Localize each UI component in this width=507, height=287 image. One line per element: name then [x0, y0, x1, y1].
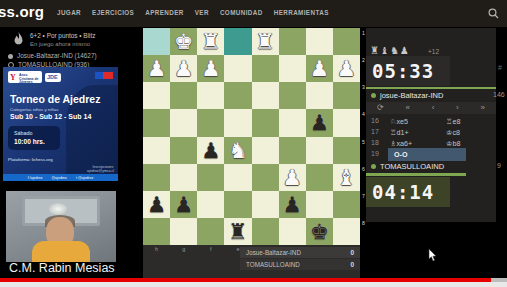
- game-side-panel: ♜♝♞♟ +12 05:33 josue-Baltazar-IND ⟳«‹›» …: [366, 28, 496, 222]
- square-g1[interactable]: ♚: [170, 28, 197, 55]
- white-move[interactable]: ♖d1+: [390, 128, 409, 137]
- square-a1[interactable]: [333, 28, 360, 55]
- mouse-cursor: [428, 249, 437, 262]
- poster-platform: Plataforma: lichess.org: [8, 157, 53, 162]
- square-f1[interactable]: ♜: [197, 28, 224, 55]
- square-h5[interactable]: [143, 137, 170, 164]
- black-pawn: ♟: [197, 137, 224, 164]
- white-pawn: ♟: [197, 55, 224, 82]
- square-f6[interactable]: [197, 164, 224, 191]
- move-row-17: 17♖d1+♔c8: [366, 126, 496, 137]
- square-d7[interactable]: [252, 191, 279, 218]
- black-move[interactable]: ♔b8: [446, 139, 460, 148]
- square-c5[interactable]: [279, 137, 306, 164]
- game-status-label: En juego ahora mismo: [30, 41, 90, 47]
- score-player-name: TOMASULLOAIND: [246, 261, 300, 268]
- square-b5[interactable]: [306, 137, 333, 164]
- go-end-icon[interactable]: »: [481, 104, 485, 112]
- move-number: 17: [371, 128, 379, 135]
- square-h4[interactable]: [143, 109, 170, 136]
- square-h3[interactable]: [143, 82, 170, 109]
- site-logo[interactable]: ss.org: [0, 3, 44, 20]
- square-c3[interactable]: [279, 82, 306, 109]
- hash-symbol: #: [498, 64, 502, 71]
- square-h8[interactable]: [143, 218, 170, 245]
- back-icon[interactable]: ‹: [432, 104, 435, 112]
- square-b2[interactable]: ♟: [306, 55, 333, 82]
- square-e4[interactable]: [224, 109, 251, 136]
- square-g2[interactable]: ♟: [170, 55, 197, 82]
- white-rook: ♜: [197, 28, 224, 55]
- white-bishop: ♝: [333, 164, 360, 191]
- jde-logo: JDE: [45, 73, 61, 82]
- move-row-16: 16♘xe5♖e8: [366, 115, 496, 126]
- online-dot: [371, 93, 376, 98]
- white-pawn: ♟: [143, 55, 170, 82]
- nav-menu: JUGAREJERCICIOSAPRENDERVERCOMUNIDADHERRA…: [57, 9, 329, 16]
- square-h6[interactable]: [143, 164, 170, 191]
- white-pawn: ♟: [170, 55, 197, 82]
- square-h1[interactable]: [143, 28, 170, 55]
- square-a8[interactable]: [333, 218, 360, 245]
- square-f2[interactable]: ♟: [197, 55, 224, 82]
- poster-categories: Sub 10 - Sub 12 - Sub 14: [10, 113, 91, 120]
- move-number: 19: [371, 150, 379, 157]
- player-list-item-white[interactable]: Josue-Baltazar-IND (14627): [8, 52, 97, 59]
- search-icon[interactable]: [488, 8, 499, 19]
- square-b1[interactable]: [306, 28, 333, 55]
- file-label-g: g: [170, 245, 197, 253]
- move-row-18: 18♗xa6+♔b8: [366, 137, 496, 148]
- white-king: ♚: [170, 28, 197, 55]
- social-handle: t @ajedrez: [76, 176, 93, 180]
- nav-item-herramientas[interactable]: HERRAMIENTAS: [274, 9, 329, 16]
- poster-schedule-pill: Sábado 10:00 hrs.: [8, 126, 60, 150]
- square-d4[interactable]: [252, 109, 279, 136]
- square-e5[interactable]: ♞: [224, 137, 251, 164]
- black-rook: ♜: [224, 218, 251, 245]
- square-b4[interactable]: ♟: [306, 109, 333, 136]
- white-rook: ♜: [252, 28, 279, 55]
- blitz-flame-icon: [12, 32, 25, 49]
- square-d3[interactable]: [252, 82, 279, 109]
- black-move[interactable]: ♔c8: [446, 128, 460, 137]
- move-controls: ⟳«‹›»: [366, 102, 496, 114]
- square-e3[interactable]: [224, 82, 251, 109]
- square-g7[interactable]: ♟: [170, 191, 197, 218]
- social-handle: f /ajedrez: [28, 176, 43, 180]
- square-h7[interactable]: ♟: [143, 191, 170, 218]
- black-pawn: ♟: [306, 109, 333, 136]
- square-b3[interactable]: [306, 82, 333, 109]
- square-b8[interactable]: ♚: [306, 218, 333, 245]
- black-pawn: ♟: [279, 191, 306, 218]
- poster-subtitle: Categorías niños y niñas: [10, 107, 58, 112]
- move-number: 18: [371, 139, 379, 146]
- white-pawn: ♟: [279, 164, 306, 191]
- square-f3[interactable]: [197, 82, 224, 109]
- square-a7[interactable]: [333, 191, 360, 218]
- social-handle: @ajedrez: [51, 176, 66, 180]
- time-control-label: 6+2 • Por puntos • Blitz: [30, 32, 95, 39]
- streamer-caption: C.M. Rabin Mesias: [9, 261, 115, 275]
- file-label-h: h: [143, 245, 170, 253]
- black-rating-clipped: 9: [497, 162, 501, 169]
- white-pawn: ♟: [306, 55, 333, 82]
- square-e7[interactable]: [224, 191, 251, 218]
- nav-item-ver[interactable]: VER: [195, 9, 209, 16]
- nav-item-jugar[interactable]: JUGAR: [57, 9, 81, 16]
- poster-inscriptions: Inscripciones: ajedrez@ymca.cl: [87, 165, 114, 174]
- score-value: 0: [350, 261, 354, 268]
- white-player-bullet: [8, 54, 13, 59]
- square-f8[interactable]: [197, 218, 224, 245]
- square-d6[interactable]: [252, 164, 279, 191]
- square-a6[interactable]: ♝: [333, 164, 360, 191]
- score-value: 0: [350, 249, 354, 256]
- black-pawn: ♟: [143, 191, 170, 218]
- square-c4[interactable]: [279, 109, 306, 136]
- white-knight: ♞: [224, 137, 251, 164]
- square-e8[interactable]: ♜: [224, 218, 251, 245]
- square-f7[interactable]: [197, 191, 224, 218]
- match-score-rows: Josue-Baltazar-IND0TOMASULLOAIND0: [240, 247, 360, 271]
- white-pawn: ♟: [333, 55, 360, 82]
- square-a3[interactable]: [333, 82, 360, 109]
- black-move[interactable]: ♖e8: [446, 117, 460, 126]
- move-row-19: 19O-O: [366, 148, 496, 159]
- score-row: Josue-Baltazar-IND0: [240, 247, 360, 258]
- material-advantage: +12: [428, 48, 439, 55]
- captured-pieces: ♜♝♞♟: [370, 45, 410, 56]
- square-c6[interactable]: ♟: [279, 164, 306, 191]
- square-g8[interactable]: [170, 218, 197, 245]
- square-g6[interactable]: [170, 164, 197, 191]
- black-pawn: ♟: [170, 191, 197, 218]
- square-e6[interactable]: [224, 164, 251, 191]
- black-player-row[interactable]: TOMASULLOAIND: [366, 160, 496, 173]
- square-c8[interactable]: [279, 218, 306, 245]
- black-time-bar: [366, 173, 466, 176]
- file-label-f: f: [197, 245, 224, 253]
- nav-item-comunidad[interactable]: COMUNIDAD: [220, 9, 263, 16]
- forward-icon[interactable]: ›: [456, 104, 459, 112]
- webcam-video: [6, 191, 116, 262]
- square-d1[interactable]: ♜: [252, 28, 279, 55]
- black-king: ♚: [306, 218, 333, 245]
- white-move[interactable]: ♘xe5: [390, 117, 408, 126]
- nav-item-aprender[interactable]: APRENDER: [145, 9, 184, 16]
- page-bottom-strip: [0, 282, 507, 287]
- poster-title: Torneo de Ajedrez: [10, 93, 100, 105]
- chile-flag-icon: [95, 72, 113, 79]
- go-start-icon[interactable]: «: [405, 104, 409, 112]
- square-e1[interactable]: [224, 28, 251, 55]
- square-h2[interactable]: ♟: [143, 55, 170, 82]
- square-f4[interactable]: [197, 109, 224, 136]
- white-clock: 05:33: [366, 56, 450, 86]
- square-a5[interactable]: [333, 137, 360, 164]
- online-dot: [371, 164, 376, 169]
- move-number: 16: [371, 117, 379, 124]
- white-move[interactable]: ♗xa6+: [390, 139, 412, 148]
- square-b7[interactable]: [306, 191, 333, 218]
- ymca-logo: Y Asoc. Cristiana de Jóvenes: [8, 71, 42, 83]
- square-a2[interactable]: ♟: [333, 55, 360, 82]
- score-player-name: Josue-Baltazar-IND: [246, 249, 301, 256]
- square-a4[interactable]: [333, 109, 360, 136]
- move-list: 16♘xe5♖e817♖d1+♔c818♗xa6+♔b819O-O: [366, 115, 496, 159]
- chess-board: ♚♜♜♟♟♟♟♟♟♟♞♟♝♟♟♟♜♚: [143, 28, 360, 245]
- flip-board-icon[interactable]: ⟳: [377, 104, 384, 112]
- square-e2[interactable]: [224, 55, 251, 82]
- square-f5[interactable]: ♟: [197, 137, 224, 164]
- square-d5[interactable]: [252, 137, 279, 164]
- score-row: TOMASULLOAIND0: [240, 259, 360, 270]
- square-g4[interactable]: [170, 109, 197, 136]
- black-clock-active: 04:14: [366, 177, 450, 207]
- top-nav-bar: ss.org JUGAREJERCICIOSAPRENDERVERCOMUNID…: [0, 0, 507, 27]
- square-c1[interactable]: [279, 28, 306, 55]
- white-player-row[interactable]: josue-Baltazar-IND: [366, 89, 496, 102]
- square-d8[interactable]: [252, 218, 279, 245]
- white-rating-clipped: 146: [493, 91, 505, 98]
- streamer-shirt: [32, 241, 90, 262]
- square-g5[interactable]: [170, 137, 197, 164]
- video-frame: ss.org JUGAREJERCICIOSAPRENDERVERCOMUNID…: [0, 0, 507, 287]
- nav-item-ejercicios[interactable]: EJERCICIOS: [92, 9, 134, 16]
- square-b6[interactable]: [306, 164, 333, 191]
- square-c7[interactable]: ♟: [279, 191, 306, 218]
- poster-social-strip: f /ajedrez@ajedrezt @ajedrez: [3, 174, 118, 181]
- tournament-poster: Y Asoc. Cristiana de Jóvenes JDE Torneo …: [3, 67, 118, 181]
- square-d2[interactable]: [252, 55, 279, 82]
- square-g3[interactable]: [170, 82, 197, 109]
- square-c2[interactable]: [279, 55, 306, 82]
